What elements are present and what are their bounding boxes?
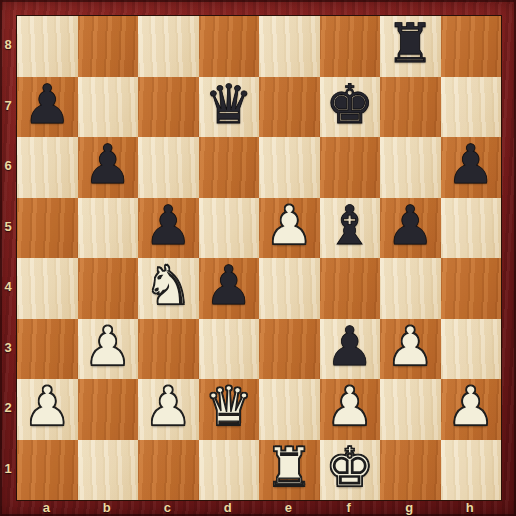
square-h1[interactable] (441, 440, 502, 501)
white-pawn-g3[interactable]: ♟ (386, 320, 434, 374)
square-e5[interactable]: ♟ (259, 198, 320, 259)
square-d2[interactable]: ♛ (199, 379, 260, 440)
square-d1[interactable] (199, 440, 260, 501)
black-king-f7[interactable]: ♚ (326, 78, 374, 132)
square-g3[interactable]: ♟ (380, 319, 441, 380)
square-b2[interactable] (78, 379, 139, 440)
square-f4[interactable] (320, 258, 381, 319)
chess-board: ♜♟♛♚♟♟♟♟♝♟♞♟♟♟♟♟♟♛♟♟♜♚ (16, 15, 502, 501)
file-label-f: f (319, 500, 380, 516)
square-f7[interactable]: ♚ (320, 77, 381, 138)
square-c3[interactable] (138, 319, 199, 380)
square-c1[interactable] (138, 440, 199, 501)
file-label-e: e (258, 500, 319, 516)
white-king-f1[interactable]: ♚ (326, 441, 374, 495)
square-e3[interactable] (259, 319, 320, 380)
rank-label-7: 7 (0, 98, 16, 113)
square-e7[interactable] (259, 77, 320, 138)
square-b5[interactable] (78, 198, 139, 259)
rank-label-6: 6 (0, 158, 16, 173)
square-f6[interactable] (320, 137, 381, 198)
rank-label-4: 4 (0, 279, 16, 294)
square-d4[interactable]: ♟ (199, 258, 260, 319)
square-a7[interactable]: ♟ (17, 77, 78, 138)
square-g2[interactable] (380, 379, 441, 440)
file-label-b: b (77, 500, 138, 516)
white-pawn-a2[interactable]: ♟ (23, 380, 71, 434)
square-b7[interactable] (78, 77, 139, 138)
file-label-h: h (440, 500, 501, 516)
white-pawn-e5[interactable]: ♟ (265, 199, 313, 253)
square-e4[interactable] (259, 258, 320, 319)
black-queen-d7[interactable]: ♛ (205, 78, 253, 132)
square-c2[interactable]: ♟ (138, 379, 199, 440)
black-pawn-a7[interactable]: ♟ (23, 78, 71, 132)
square-e2[interactable] (259, 379, 320, 440)
square-a8[interactable] (17, 16, 78, 77)
square-e6[interactable] (259, 137, 320, 198)
square-c7[interactable] (138, 77, 199, 138)
square-g8[interactable]: ♜ (380, 16, 441, 77)
square-f3[interactable]: ♟ (320, 319, 381, 380)
white-queen-d2[interactable]: ♛ (205, 380, 253, 434)
square-b3[interactable]: ♟ (78, 319, 139, 380)
rank-label-2: 2 (0, 400, 16, 415)
black-pawn-c5[interactable]: ♟ (144, 199, 192, 253)
square-c6[interactable] (138, 137, 199, 198)
white-knight-c4[interactable]: ♞ (144, 259, 192, 313)
square-e8[interactable] (259, 16, 320, 77)
white-pawn-h2[interactable]: ♟ (447, 380, 495, 434)
square-d3[interactable] (199, 319, 260, 380)
square-h2[interactable]: ♟ (441, 379, 502, 440)
square-h8[interactable] (441, 16, 502, 77)
rank-label-5: 5 (0, 219, 16, 234)
square-a4[interactable] (17, 258, 78, 319)
square-g4[interactable] (380, 258, 441, 319)
square-c8[interactable] (138, 16, 199, 77)
square-c4[interactable]: ♞ (138, 258, 199, 319)
square-f1[interactable]: ♚ (320, 440, 381, 501)
square-h6[interactable]: ♟ (441, 137, 502, 198)
square-a1[interactable] (17, 440, 78, 501)
square-h3[interactable] (441, 319, 502, 380)
black-pawn-h6[interactable]: ♟ (447, 138, 495, 192)
square-d7[interactable]: ♛ (199, 77, 260, 138)
black-pawn-f3[interactable]: ♟ (326, 320, 374, 374)
square-a2[interactable]: ♟ (17, 379, 78, 440)
white-pawn-b3[interactable]: ♟ (84, 320, 132, 374)
white-rook-e1[interactable]: ♜ (265, 441, 313, 495)
square-c5[interactable]: ♟ (138, 198, 199, 259)
rank-label-3: 3 (0, 340, 16, 355)
square-g5[interactable]: ♟ (380, 198, 441, 259)
square-d6[interactable] (199, 137, 260, 198)
square-f2[interactable]: ♟ (320, 379, 381, 440)
black-rook-g8[interactable]: ♜ (386, 17, 434, 71)
chess-board-frame: ♜♟♛♚♟♟♟♟♝♟♞♟♟♟♟♟♟♛♟♟♜♚ 87654321abcdefgh (0, 0, 516, 516)
square-g7[interactable] (380, 77, 441, 138)
square-a5[interactable] (17, 198, 78, 259)
white-pawn-f2[interactable]: ♟ (326, 380, 374, 434)
square-a6[interactable] (17, 137, 78, 198)
square-d5[interactable] (199, 198, 260, 259)
square-e1[interactable]: ♜ (259, 440, 320, 501)
square-h5[interactable] (441, 198, 502, 259)
square-f8[interactable] (320, 16, 381, 77)
square-h7[interactable] (441, 77, 502, 138)
file-label-d: d (198, 500, 259, 516)
file-label-g: g (379, 500, 440, 516)
square-d8[interactable] (199, 16, 260, 77)
file-label-c: c (137, 500, 198, 516)
black-pawn-b6[interactable]: ♟ (84, 138, 132, 192)
white-pawn-c2[interactable]: ♟ (144, 380, 192, 434)
rank-label-1: 1 (0, 461, 16, 476)
black-bishop-f5[interactable]: ♝ (326, 199, 374, 253)
black-pawn-d4[interactable]: ♟ (205, 259, 253, 313)
square-g1[interactable] (380, 440, 441, 501)
black-pawn-g5[interactable]: ♟ (386, 199, 434, 253)
rank-label-8: 8 (0, 37, 16, 52)
square-b8[interactable] (78, 16, 139, 77)
file-label-a: a (16, 500, 77, 516)
square-h4[interactable] (441, 258, 502, 319)
square-b1[interactable] (78, 440, 139, 501)
square-b4[interactable] (78, 258, 139, 319)
square-g6[interactable] (380, 137, 441, 198)
square-b6[interactable]: ♟ (78, 137, 139, 198)
square-a3[interactable] (17, 319, 78, 380)
square-f5[interactable]: ♝ (320, 198, 381, 259)
